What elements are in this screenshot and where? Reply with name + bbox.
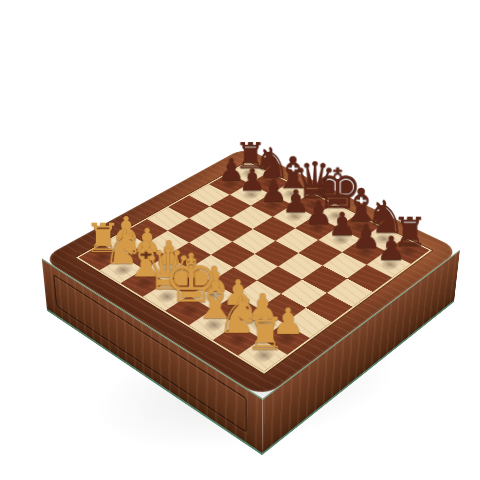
square-h6[interactable] [347, 265, 392, 292]
product-photo-scene: ♜♟♟♜♞♟♟♞♝♟♟♝♛♟♟♛♚♟♟♚♝♟♟♝♞♟♟♞♜♟♟♜ [0, 0, 480, 480]
piece-black-pawn[interactable]: ♟ [355, 232, 426, 265]
piece-white-rook[interactable]: ♜ [225, 311, 304, 356]
square-h1[interactable]: ♜ [238, 339, 287, 371]
square-h7[interactable]: ♟ [367, 251, 411, 277]
